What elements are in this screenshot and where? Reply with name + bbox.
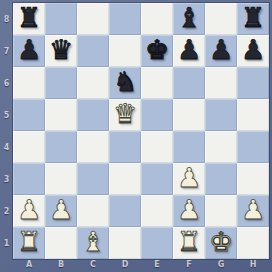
rank-label-6: 6 [0,67,13,99]
square-e7[interactable]: ♚ [141,35,173,67]
square-d3[interactable] [109,163,141,195]
rank-labels: 87654321 [0,3,13,259]
square-c8[interactable] [77,3,109,35]
rank-label-7: 7 [0,35,13,67]
black-pawn[interactable]: ♟ [209,34,233,66]
square-c5[interactable] [77,99,109,131]
square-f2[interactable]: ♟ [173,195,205,227]
black-knight[interactable]: ♞ [113,66,137,98]
square-f1[interactable]: ♜ [173,227,205,259]
black-pawn[interactable]: ♟ [177,34,201,66]
file-label-a: A [13,259,45,272]
chess-board-frame: 87654321 ♜♝♜♟♛♚♟♟♟♞♛♟♟♟♟♟♜♝♜♚ ABCDEFGH [0,0,272,272]
white-king[interactable]: ♚ [209,226,233,258]
square-h7[interactable]: ♟ [237,35,269,67]
rank-label-8: 8 [0,3,13,35]
square-e8[interactable] [141,3,173,35]
square-a6[interactable] [13,67,45,99]
square-d5[interactable]: ♛ [109,99,141,131]
square-d1[interactable] [109,227,141,259]
rank-label-4: 4 [0,131,13,163]
rank-label-5: 5 [0,99,13,131]
file-label-f: F [173,259,205,272]
square-c1[interactable]: ♝ [77,227,109,259]
square-c2[interactable] [77,195,109,227]
square-g4[interactable] [205,131,237,163]
square-h3[interactable] [237,163,269,195]
square-e3[interactable] [141,163,173,195]
black-pawn[interactable]: ♟ [17,34,41,66]
square-a3[interactable] [13,163,45,195]
rank-label-3: 3 [0,163,13,195]
square-d7[interactable] [109,35,141,67]
white-queen[interactable]: ♛ [113,98,137,130]
file-label-d: D [109,259,141,272]
black-rook[interactable]: ♜ [17,2,41,34]
square-f3[interactable]: ♟ [173,163,205,195]
square-d8[interactable] [109,3,141,35]
white-rook[interactable]: ♜ [17,226,41,258]
square-b4[interactable] [45,131,77,163]
square-b3[interactable] [45,163,77,195]
square-g7[interactable]: ♟ [205,35,237,67]
black-rook[interactable]: ♜ [241,2,265,34]
square-b2[interactable]: ♟ [45,195,77,227]
black-queen[interactable]: ♛ [49,34,73,66]
square-a2[interactable]: ♟ [13,195,45,227]
square-c7[interactable] [77,35,109,67]
square-b5[interactable] [45,99,77,131]
square-g2[interactable] [205,195,237,227]
file-labels: ABCDEFGH [13,259,269,272]
black-pawn[interactable]: ♟ [241,34,265,66]
square-c3[interactable] [77,163,109,195]
square-b8[interactable] [45,3,77,35]
black-bishop[interactable]: ♝ [177,2,201,34]
square-e4[interactable] [141,131,173,163]
square-f4[interactable] [173,131,205,163]
square-e1[interactable] [141,227,173,259]
white-pawn[interactable]: ♟ [49,194,73,226]
white-bishop[interactable]: ♝ [81,226,105,258]
white-pawn[interactable]: ♟ [17,194,41,226]
square-a7[interactable]: ♟ [13,35,45,67]
square-a1[interactable]: ♜ [13,227,45,259]
file-label-g: G [205,259,237,272]
square-h6[interactable] [237,67,269,99]
square-h1[interactable] [237,227,269,259]
square-a8[interactable]: ♜ [13,3,45,35]
square-g3[interactable] [205,163,237,195]
chess-board[interactable]: ♜♝♜♟♛♚♟♟♟♞♛♟♟♟♟♟♜♝♜♚ [13,3,269,259]
square-e6[interactable] [141,67,173,99]
file-label-e: E [141,259,173,272]
square-h4[interactable] [237,131,269,163]
square-g8[interactable] [205,3,237,35]
square-f6[interactable] [173,67,205,99]
square-a5[interactable] [13,99,45,131]
square-f8[interactable]: ♝ [173,3,205,35]
square-f7[interactable]: ♟ [173,35,205,67]
file-label-c: C [77,259,109,272]
white-pawn[interactable]: ♟ [241,194,265,226]
white-pawn[interactable]: ♟ [177,162,201,194]
square-h5[interactable] [237,99,269,131]
square-h8[interactable]: ♜ [237,3,269,35]
square-h2[interactable]: ♟ [237,195,269,227]
white-pawn[interactable]: ♟ [177,194,201,226]
square-a4[interactable] [13,131,45,163]
square-d4[interactable] [109,131,141,163]
black-king[interactable]: ♚ [145,34,169,66]
square-f5[interactable] [173,99,205,131]
square-d2[interactable] [109,195,141,227]
file-label-b: B [45,259,77,272]
square-g5[interactable] [205,99,237,131]
square-c6[interactable] [77,67,109,99]
square-b1[interactable] [45,227,77,259]
square-b6[interactable] [45,67,77,99]
white-rook[interactable]: ♜ [177,226,201,258]
rank-label-1: 1 [0,227,13,259]
file-label-h: H [237,259,269,272]
rank-label-2: 2 [0,195,13,227]
square-g1[interactable]: ♚ [205,227,237,259]
square-b7[interactable]: ♛ [45,35,77,67]
square-g6[interactable] [205,67,237,99]
square-e2[interactable] [141,195,173,227]
square-e5[interactable] [141,99,173,131]
square-d6[interactable]: ♞ [109,67,141,99]
square-c4[interactable] [77,131,109,163]
